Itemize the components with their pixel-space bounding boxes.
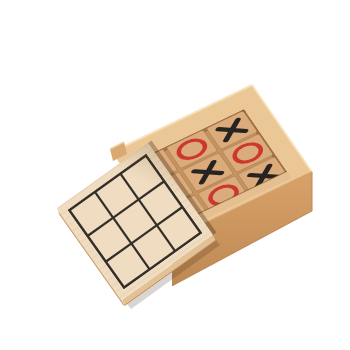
- product-photo-scene: [0, 0, 350, 350]
- lid-underlay: [0, 0, 350, 350]
